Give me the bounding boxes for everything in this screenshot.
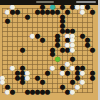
go-client-window: ●●●●●●●●●●●●●●●●●●●●●●●●●●●●●●●●●●●●●●●●… — [0, 0, 100, 100]
titlebar — [0, 0, 100, 5]
window-edge-strip — [98, 0, 100, 100]
intersection[interactable] — [90, 90, 95, 95]
titlebar-text — [36, 1, 54, 3]
goban: ●●●●●●●●●●●●●●●●●●●●●●●●●●●●●●●●●●●●●●●●… — [0, 6, 95, 95]
titlebar-status-text — [76, 1, 96, 3]
